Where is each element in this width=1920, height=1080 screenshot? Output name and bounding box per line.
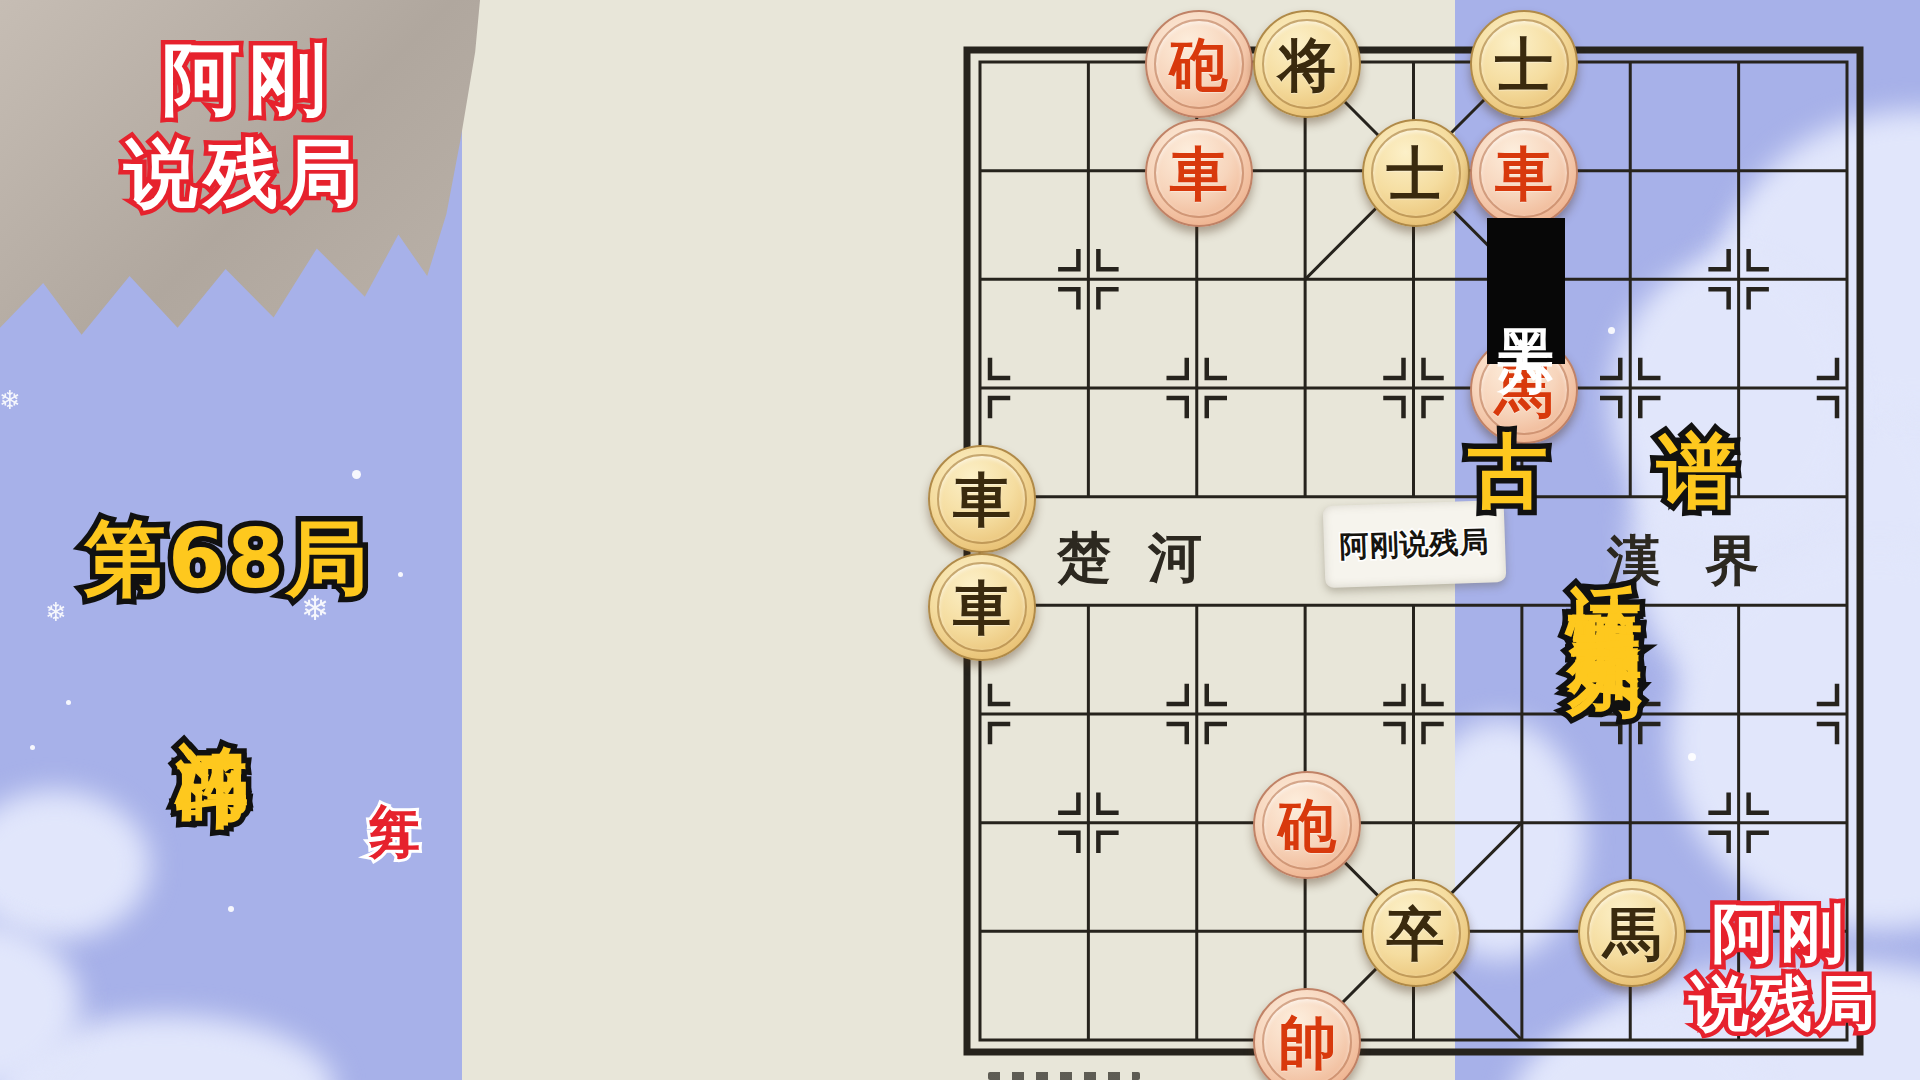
point-marker xyxy=(1386,686,1404,704)
point-marker xyxy=(990,686,1008,704)
point-marker xyxy=(1424,398,1442,416)
point-marker xyxy=(1207,686,1225,704)
cloud-shape xyxy=(0,790,150,940)
point-marker xyxy=(1169,398,1187,416)
point-marker xyxy=(1207,724,1225,742)
snow-dot xyxy=(192,813,199,820)
piece-glyph: 馬 xyxy=(1603,903,1661,963)
point-marker xyxy=(1169,360,1187,378)
point-marker xyxy=(1386,724,1404,742)
brand-top-line2: 说残局 xyxy=(124,136,364,210)
brand-bottom-line1: 阿刚 xyxy=(1712,901,1848,965)
snow-dot xyxy=(30,745,35,750)
piece-black-chariot[interactable]: 車 xyxy=(928,445,1036,553)
piece-red-chariot[interactable]: 車 xyxy=(1470,119,1578,227)
point-marker xyxy=(1060,795,1078,813)
piece-glyph: 車 xyxy=(1170,143,1228,203)
snow-dot xyxy=(228,906,234,912)
cutoff-caption xyxy=(988,1072,1140,1080)
brand-top-line1: 阿刚 xyxy=(162,40,334,118)
piece-glyph: 砲 xyxy=(1170,34,1228,94)
point-marker xyxy=(1602,724,1620,742)
point-marker xyxy=(1640,724,1658,742)
black-side-tag: 黑方 xyxy=(1487,218,1565,364)
snow-dot xyxy=(398,572,403,577)
series-title-vertical: 适情雅趣系列 xyxy=(1569,524,1643,602)
point-marker xyxy=(1424,360,1442,378)
point-marker xyxy=(1207,360,1225,378)
piece-glyph: 士 xyxy=(1387,143,1445,203)
point-marker xyxy=(1060,289,1078,307)
snow-dot xyxy=(352,470,361,479)
point-marker xyxy=(1819,724,1837,742)
point-marker xyxy=(1749,289,1767,307)
point-marker xyxy=(1169,724,1187,742)
episode-label: 第68局 xyxy=(84,518,370,600)
point-marker xyxy=(1711,289,1729,307)
piece-red-cannon[interactable]: 砲 xyxy=(1145,10,1253,118)
point-marker xyxy=(1098,833,1116,851)
point-marker xyxy=(1749,833,1767,851)
snowflake-icon: ❄ xyxy=(45,599,67,625)
point-marker xyxy=(1424,686,1442,704)
piece-black-chariot[interactable]: 車 xyxy=(928,553,1036,661)
snow-dot xyxy=(66,700,71,705)
black-side-label: 黑方 xyxy=(1498,284,1554,298)
red-side-label: 红方 xyxy=(370,763,420,771)
piece-glyph: 砲 xyxy=(1278,795,1336,855)
point-marker xyxy=(1749,251,1767,269)
point-marker xyxy=(1386,398,1404,416)
series-char-gu: 古 xyxy=(1468,432,1548,512)
point-marker xyxy=(1424,724,1442,742)
brand-bottom-line2: 说残局 xyxy=(1689,973,1878,1033)
piece-glyph: 馬 xyxy=(1495,360,1553,420)
point-marker xyxy=(1060,251,1078,269)
point-marker xyxy=(1711,833,1729,851)
series-char-pu: 谱 xyxy=(1657,432,1737,512)
point-marker xyxy=(1640,398,1658,416)
point-marker xyxy=(1060,833,1078,851)
point-marker xyxy=(990,360,1008,378)
piece-glyph: 卒 xyxy=(1387,903,1445,963)
point-marker xyxy=(1749,795,1767,813)
point-marker xyxy=(1207,398,1225,416)
piece-red-cannon[interactable]: 砲 xyxy=(1253,771,1361,879)
point-marker xyxy=(1711,251,1729,269)
point-marker xyxy=(1602,686,1620,704)
piece-glyph: 帥 xyxy=(1278,1012,1336,1072)
piece-glyph: 車 xyxy=(953,469,1011,529)
point-marker xyxy=(1098,795,1116,813)
point-marker xyxy=(1602,360,1620,378)
point-marker xyxy=(990,398,1008,416)
point-marker xyxy=(990,724,1008,742)
piece-black-advisor[interactable]: 士 xyxy=(1362,119,1470,227)
point-marker xyxy=(1640,360,1658,378)
point-marker xyxy=(1819,360,1837,378)
point-marker xyxy=(1819,398,1837,416)
piece-black-horse[interactable]: 馬 xyxy=(1578,879,1686,987)
piece-red-chariot[interactable]: 車 xyxy=(1145,119,1253,227)
board-panel: 楚河 漢界 砲将士車士車馬車車砲卒馬帥 阿刚说残局 xyxy=(462,0,1455,1080)
piece-glyph: 士 xyxy=(1495,34,1553,94)
piece-glyph: 車 xyxy=(1495,143,1553,203)
stage: ❄❄❄ 楚河 漢界 砲将士車士車馬車車砲卒馬帥 阿刚说残局 阿刚 说残局 第68… xyxy=(0,0,1920,1080)
point-marker xyxy=(1640,686,1658,704)
piece-black-advisor[interactable]: 士 xyxy=(1470,10,1578,118)
point-marker xyxy=(1098,289,1116,307)
snowflake-icon: ❄ xyxy=(0,387,21,413)
puzzle-title-vertical: 鸿门碎斗 xyxy=(177,682,249,706)
point-marker xyxy=(1169,686,1187,704)
piece-black-pawn[interactable]: 卒 xyxy=(1362,879,1470,987)
river-label-left: 楚河 xyxy=(1057,522,1239,595)
point-marker xyxy=(1602,398,1620,416)
point-marker xyxy=(1819,686,1837,704)
watermark-text: 阿刚说残局 xyxy=(1339,527,1490,561)
point-marker xyxy=(1386,360,1404,378)
point-marker xyxy=(1711,795,1729,813)
piece-glyph: 将 xyxy=(1278,34,1336,94)
piece-black-general[interactable]: 将 xyxy=(1253,10,1361,118)
point-marker xyxy=(1098,251,1116,269)
piece-glyph: 車 xyxy=(953,577,1011,637)
